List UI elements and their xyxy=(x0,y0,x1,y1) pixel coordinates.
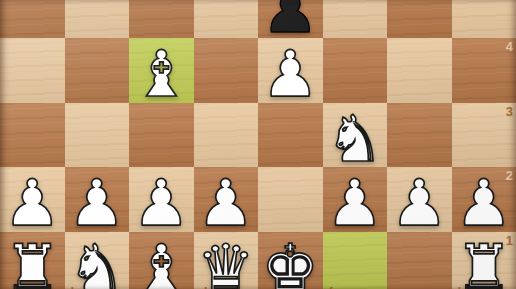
piece-white-rook-h1[interactable]: ♜ xyxy=(452,236,516,289)
rank-label-3: 3 xyxy=(506,104,513,119)
square-e5[interactable]: ♟ xyxy=(258,0,323,38)
square-h1[interactable]: 1h♜ xyxy=(452,232,516,289)
piece-white-pawn-f2[interactable]: ♟ xyxy=(323,171,388,236)
piece-white-pawn-g2[interactable]: ♟ xyxy=(387,171,452,236)
square-b4[interactable] xyxy=(65,38,130,103)
square-d2[interactable]: ♟ xyxy=(194,167,259,232)
piece-white-pawn-c2[interactable]: ♟ xyxy=(129,171,194,236)
square-g5[interactable] xyxy=(387,0,452,38)
square-e1[interactable]: e♚ xyxy=(258,232,323,289)
piece-white-pawn-h2[interactable]: ♟ xyxy=(452,171,516,236)
square-a2[interactable]: ♟ xyxy=(0,167,65,232)
piece-white-bishop-c1[interactable]: ♝ xyxy=(129,236,194,289)
file-label-g: g xyxy=(393,284,401,289)
piece-white-bishop-c4[interactable]: ♝ xyxy=(129,42,194,107)
square-e4[interactable]: ♟ xyxy=(258,38,323,103)
file-label-f: f xyxy=(329,284,333,289)
square-c4[interactable]: ♝ xyxy=(129,38,194,103)
square-h4[interactable]: 4 xyxy=(452,38,516,103)
chessboard[interactable]: 876♟5♝♟4♞3♟♟♟♟♟♟2♟a♜b♞c♝d♛e♚fg1h♜ xyxy=(0,0,516,289)
square-a3[interactable] xyxy=(0,103,65,168)
rank-label-4: 4 xyxy=(506,39,513,54)
square-c3[interactable] xyxy=(129,103,194,168)
square-f5[interactable] xyxy=(323,0,388,38)
square-b2[interactable]: ♟ xyxy=(65,167,130,232)
square-h3[interactable]: 3 xyxy=(452,103,516,168)
square-g3[interactable] xyxy=(387,103,452,168)
square-c2[interactable]: ♟ xyxy=(129,167,194,232)
piece-white-pawn-a2[interactable]: ♟ xyxy=(0,171,65,236)
piece-white-pawn-d2[interactable]: ♟ xyxy=(194,171,259,236)
square-f2[interactable]: ♟ xyxy=(323,167,388,232)
square-c1[interactable]: c♝ xyxy=(129,232,194,289)
piece-white-rook-a1[interactable]: ♜ xyxy=(0,236,65,289)
square-e3[interactable] xyxy=(258,103,323,168)
piece-black-pawn-e5[interactable]: ♟ xyxy=(258,0,323,42)
square-f3[interactable]: ♞ xyxy=(323,103,388,168)
square-b3[interactable] xyxy=(65,103,130,168)
chess-screenshot-frame: 876♟5♝♟4♞3♟♟♟♟♟♟2♟a♜b♞c♝d♛e♚fg1h♜ xyxy=(0,0,516,289)
square-d3[interactable] xyxy=(194,103,259,168)
square-a4[interactable] xyxy=(0,38,65,103)
piece-white-king-e1[interactable]: ♚ xyxy=(258,236,323,289)
square-c5[interactable] xyxy=(129,0,194,38)
square-a1[interactable]: a♜ xyxy=(0,232,65,289)
square-a5[interactable] xyxy=(0,0,65,38)
square-d4[interactable] xyxy=(194,38,259,103)
square-d1[interactable]: d♛ xyxy=(194,232,259,289)
square-g1[interactable]: g xyxy=(387,232,452,289)
piece-white-knight-f3[interactable]: ♞ xyxy=(323,107,388,172)
square-h2[interactable]: 2♟ xyxy=(452,167,516,232)
square-g4[interactable] xyxy=(387,38,452,103)
square-b5[interactable] xyxy=(65,0,130,38)
square-h5[interactable]: 5 xyxy=(452,0,516,38)
square-g2[interactable]: ♟ xyxy=(387,167,452,232)
square-d5[interactable] xyxy=(194,0,259,38)
square-e2[interactable] xyxy=(258,167,323,232)
piece-white-queen-d1[interactable]: ♛ xyxy=(194,236,259,289)
square-b1[interactable]: b♞ xyxy=(65,232,130,289)
piece-white-knight-b1[interactable]: ♞ xyxy=(65,236,130,289)
piece-white-pawn-b2[interactable]: ♟ xyxy=(65,171,130,236)
square-f1[interactable]: f xyxy=(323,232,388,289)
piece-white-pawn-e4[interactable]: ♟ xyxy=(258,42,323,107)
square-f4[interactable] xyxy=(323,38,388,103)
